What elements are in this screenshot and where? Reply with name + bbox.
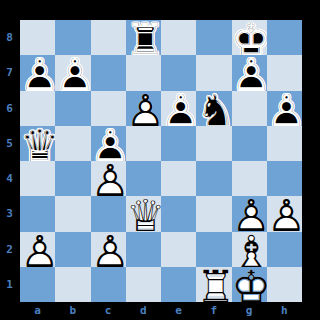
file-label-b: b [55,301,90,319]
square-b7[interactable]: ♟♟♙ [55,55,90,90]
square-a5[interactable]: ♛♛♕ [20,126,55,161]
square-b3[interactable] [55,196,90,231]
square-h3[interactable]: ♟♙ [267,196,302,231]
square-b6[interactable] [55,91,90,126]
piece-black-pawn-e6[interactable]: ♟♟♙ [161,91,196,126]
rank-label-4: 4 [0,161,19,196]
square-c1[interactable] [91,267,126,302]
square-g5[interactable] [232,126,267,161]
chess-board-frame: ♜♜♖♚♚♔♟♟♙♟♟♙♟♟♙♟♙♟♟♙♞♞♘♟♟♙♛♛♕♟♟♙♟♙♛♕♟♙♟♙… [0,0,320,320]
chess-board: ♜♜♖♚♚♔♟♟♙♟♟♙♟♟♙♟♙♟♟♙♞♞♘♟♟♙♛♛♕♟♟♙♟♙♛♕♟♙♟♙… [20,20,302,302]
piece-black-pawn-h6[interactable]: ♟♟♙ [267,91,302,126]
square-b5[interactable] [55,126,90,161]
piece-black-rook-d8[interactable]: ♜♜♖ [126,20,161,55]
rank-label-8: 8 [0,20,19,55]
square-g7[interactable]: ♟♟♙ [232,55,267,90]
square-b1[interactable] [55,267,90,302]
square-d2[interactable] [126,232,161,267]
square-a1[interactable] [20,267,55,302]
square-f8[interactable] [196,20,231,55]
square-g6[interactable] [232,91,267,126]
square-e1[interactable] [161,267,196,302]
square-b4[interactable] [55,161,90,196]
square-d1[interactable] [126,267,161,302]
piece-white-pawn-h3[interactable]: ♟♙ [267,196,302,231]
rank-label-2: 2 [0,232,19,267]
square-f1[interactable]: ♜♖ [196,267,231,302]
piece-black-knight-f6[interactable]: ♞♞♘ [196,91,231,126]
square-d5[interactable] [126,126,161,161]
square-d3[interactable]: ♛♕ [126,196,161,231]
file-label-h: h [267,301,302,319]
piece-black-pawn-g7[interactable]: ♟♟♙ [232,55,267,90]
square-b2[interactable] [55,232,90,267]
piece-white-pawn-c2[interactable]: ♟♙ [91,232,126,267]
square-f6[interactable]: ♞♞♘ [196,91,231,126]
square-a2[interactable]: ♟♙ [20,232,55,267]
square-f3[interactable] [196,196,231,231]
piece-white-king-g1[interactable]: ♚♔ [232,267,267,302]
square-h2[interactable] [267,232,302,267]
piece-black-pawn-a7[interactable]: ♟♟♙ [20,55,55,90]
square-h8[interactable] [267,20,302,55]
square-c2[interactable]: ♟♙ [91,232,126,267]
piece-white-pawn-d6[interactable]: ♟♙ [126,91,161,126]
square-d6[interactable]: ♟♙ [126,91,161,126]
piece-white-queen-d3[interactable]: ♛♕ [126,196,161,231]
file-label-a: a [20,301,55,319]
square-e6[interactable]: ♟♟♙ [161,91,196,126]
square-f4[interactable] [196,161,231,196]
square-h5[interactable] [267,126,302,161]
rank-label-1: 1 [0,267,19,302]
rank-label-3: 3 [0,196,19,231]
file-label-d: d [126,301,161,319]
file-label-f: f [196,301,231,319]
square-a4[interactable] [20,161,55,196]
rank-label-5: 5 [0,126,19,161]
square-c4[interactable]: ♟♙ [91,161,126,196]
piece-black-queen-a5[interactable]: ♛♛♕ [20,126,55,161]
square-e5[interactable] [161,126,196,161]
rank-label-7: 7 [0,55,19,90]
square-a7[interactable]: ♟♟♙ [20,55,55,90]
square-h6[interactable]: ♟♟♙ [267,91,302,126]
square-g1[interactable]: ♚♔ [232,267,267,302]
square-f5[interactable] [196,126,231,161]
piece-white-rook-f1[interactable]: ♜♖ [196,267,231,302]
square-c7[interactable] [91,55,126,90]
piece-white-pawn-c4[interactable]: ♟♙ [91,161,126,196]
square-h1[interactable] [267,267,302,302]
rank-label-6: 6 [0,91,19,126]
piece-white-pawn-a2[interactable]: ♟♙ [20,232,55,267]
square-e8[interactable] [161,20,196,55]
square-d8[interactable]: ♜♜♖ [126,20,161,55]
file-label-e: e [161,301,196,319]
square-e2[interactable] [161,232,196,267]
piece-black-pawn-b7[interactable]: ♟♟♙ [55,55,90,90]
file-label-g: g [232,301,267,319]
square-c8[interactable] [91,20,126,55]
square-e4[interactable] [161,161,196,196]
square-e3[interactable] [161,196,196,231]
file-label-c: c [91,301,126,319]
